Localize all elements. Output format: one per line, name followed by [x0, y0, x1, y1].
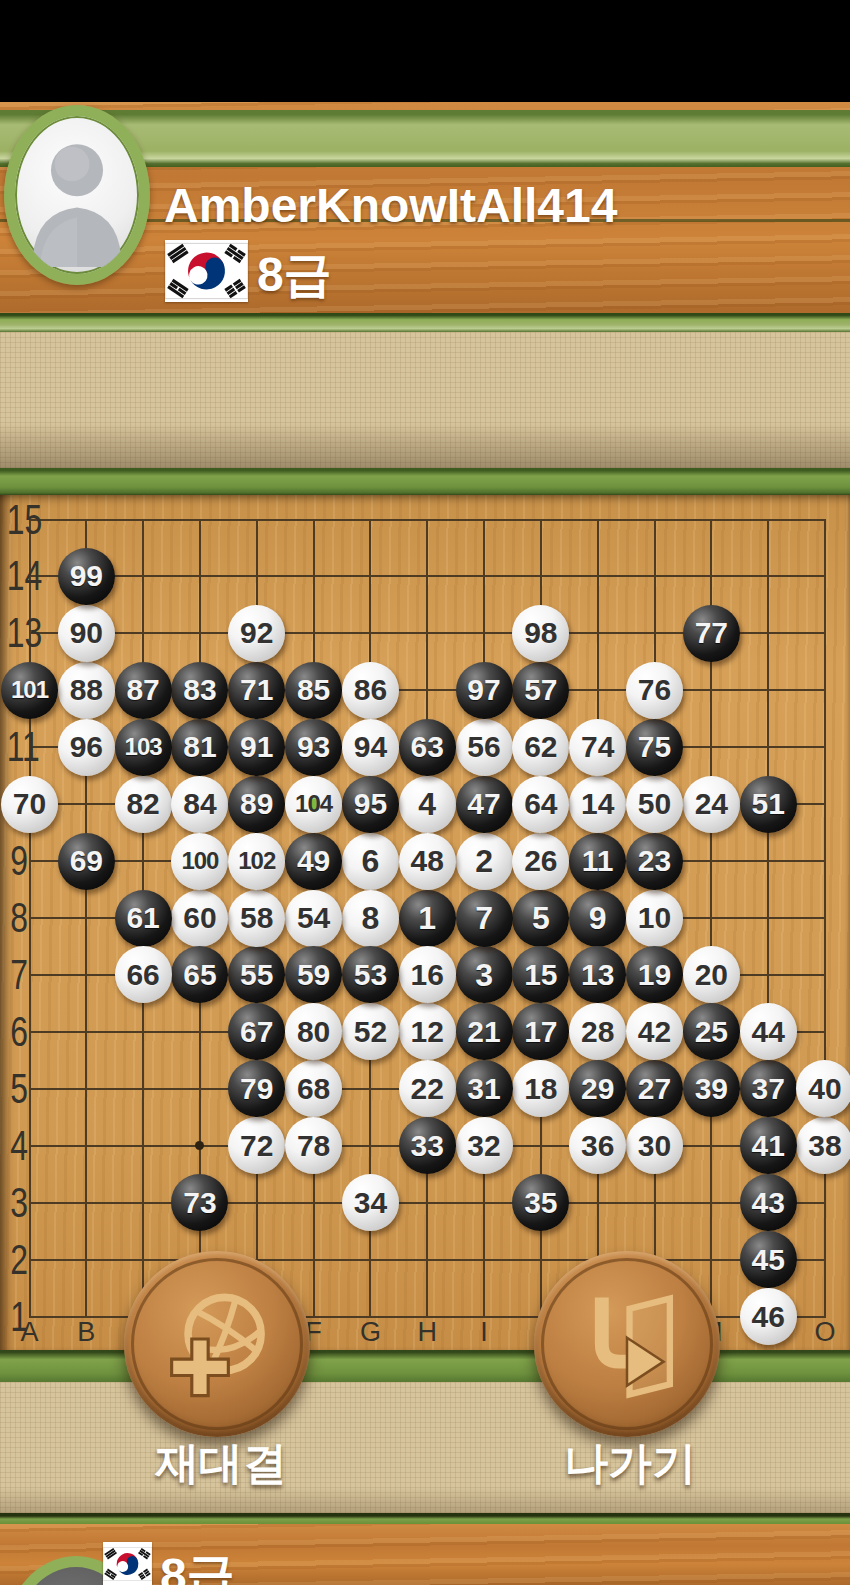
stone-number: 61: [126, 903, 159, 933]
stone-number: 90: [70, 618, 103, 648]
stone-46: 46: [740, 1288, 797, 1345]
stone-42: 42: [626, 1003, 683, 1060]
stone-number: 10: [638, 903, 671, 933]
stone-21: 21: [456, 1003, 513, 1060]
stone-87: 87: [115, 662, 172, 719]
stone-number: 25: [695, 1017, 728, 1047]
stone-number: 86: [354, 675, 387, 705]
stone-number: 4: [418, 788, 436, 820]
col-label: I: [464, 1319, 504, 1346]
stone-number: 14: [581, 789, 614, 819]
stone-number: 46: [751, 1302, 784, 1332]
stone-41: 41: [740, 1117, 797, 1174]
stone-number: 95: [354, 789, 387, 819]
stone-number: 42: [638, 1017, 671, 1047]
stone-93: 93: [285, 719, 342, 776]
stone-number: 31: [467, 1074, 500, 1104]
stone-94: 94: [342, 719, 399, 776]
grid-line-horizontal: [29, 519, 826, 521]
stone-57: 57: [512, 662, 569, 719]
stone-number: 28: [581, 1017, 614, 1047]
stone-101: 101: [1, 662, 58, 719]
stone-90: 90: [58, 605, 115, 662]
stone-number: 12: [411, 1017, 444, 1047]
stone-78: 78: [285, 1117, 342, 1174]
green-band-top: [0, 313, 850, 332]
stone-102: 102: [228, 833, 285, 890]
stone-number: 16: [411, 960, 444, 990]
rematch-globe-plus-icon: [154, 1281, 280, 1407]
stone-number: 41: [751, 1131, 784, 1161]
col-label: H: [407, 1319, 447, 1346]
col-label: A: [10, 1319, 50, 1346]
stone-14: 14: [569, 776, 626, 833]
stone-number: 47: [467, 789, 500, 819]
stone-number: 100: [181, 849, 218, 873]
stone-99: 99: [58, 548, 115, 605]
stone-number: 104: [295, 792, 332, 816]
stone-59: 59: [285, 946, 342, 1003]
stone-25: 25: [683, 1003, 740, 1060]
stone-number: 8: [362, 902, 380, 934]
stone-10: 10: [626, 890, 683, 947]
stone-number: 27: [638, 1074, 671, 1104]
row-label: 6: [7, 1011, 28, 1053]
stone-79: 79: [228, 1060, 285, 1117]
row-label: 15: [7, 499, 28, 541]
korea-flag-icon-bottom: [103, 1542, 152, 1585]
stone-number: 17: [524, 1017, 557, 1047]
stone-71: 71: [228, 662, 285, 719]
stone-70: 70: [1, 776, 58, 833]
stone-50: 50: [626, 776, 683, 833]
stone-number: 29: [581, 1074, 614, 1104]
row-label: 13: [7, 612, 28, 654]
stone-number: 66: [126, 960, 159, 990]
stone-1: 1: [399, 890, 456, 947]
stone-22: 22: [399, 1060, 456, 1117]
stone-number: 26: [524, 846, 557, 876]
stone-39: 39: [683, 1060, 740, 1117]
row-label: 9: [7, 840, 28, 882]
stone-17: 17: [512, 1003, 569, 1060]
stone-number: 34: [354, 1188, 387, 1218]
stone-13: 13: [569, 946, 626, 1003]
stone-53: 53: [342, 946, 399, 1003]
stone-32: 32: [456, 1117, 513, 1174]
stone-12: 12: [399, 1003, 456, 1060]
korea-flag-icon: [165, 240, 248, 302]
stone-8: 8: [342, 890, 399, 947]
stone-37: 37: [740, 1060, 797, 1117]
stone-number: 101: [11, 678, 48, 702]
stone-18: 18: [512, 1060, 569, 1117]
person-silhouette-icon: [15, 116, 139, 274]
stone-33: 33: [399, 1117, 456, 1174]
stone-number: 1: [418, 902, 436, 934]
stone-number: 5: [532, 902, 550, 934]
stone-24: 24: [683, 776, 740, 833]
col-label: B: [66, 1319, 106, 1346]
stone-number: 15: [524, 960, 557, 990]
stone-number: 84: [183, 789, 216, 819]
stone-47: 47: [456, 776, 513, 833]
stone-96: 96: [58, 719, 115, 776]
stone-95: 95: [342, 776, 399, 833]
stone-11: 11: [569, 833, 626, 890]
stone-number: 96: [70, 732, 103, 762]
stone-43: 43: [740, 1174, 797, 1231]
stone-36: 36: [569, 1117, 626, 1174]
col-label: O: [805, 1319, 845, 1346]
player-name: AmberKnowItAll414: [164, 178, 824, 233]
stone-92: 92: [228, 605, 285, 662]
stone-5: 5: [512, 890, 569, 947]
stone-number: 68: [297, 1074, 330, 1104]
stone-4: 4: [399, 776, 456, 833]
stone-number: 3: [475, 959, 493, 991]
stone-number: 13: [581, 960, 614, 990]
stone-49: 49: [285, 833, 342, 890]
stone-number: 89: [240, 789, 273, 819]
stone-number: 79: [240, 1074, 273, 1104]
stone-number: 67: [240, 1017, 273, 1047]
stone-number: 45: [751, 1245, 784, 1275]
stone-number: 50: [638, 789, 671, 819]
stone-number: 71: [240, 675, 273, 705]
stone-number: 88: [70, 675, 103, 705]
stone-7: 7: [456, 890, 513, 947]
stone-85: 85: [285, 662, 342, 719]
stone-89: 89: [228, 776, 285, 833]
stone-48: 48: [399, 833, 456, 890]
stone-number: 2: [475, 845, 493, 877]
stone-number: 58: [240, 903, 273, 933]
stone-number: 60: [183, 903, 216, 933]
stone-number: 78: [297, 1131, 330, 1161]
stone-number: 64: [524, 789, 557, 819]
exit-label[interactable]: 나가기: [520, 1434, 740, 1493]
stone-number: 57: [524, 675, 557, 705]
stone-number: 53: [354, 960, 387, 990]
stone-number: 102: [238, 849, 275, 873]
stone-75: 75: [626, 719, 683, 776]
stone-65: 65: [171, 946, 228, 1003]
green-band-above-board: [0, 468, 850, 495]
stone-number: 36: [581, 1131, 614, 1161]
stone-number: 49: [297, 846, 330, 876]
stone-3: 3: [456, 946, 513, 1003]
rematch-button[interactable]: [124, 1251, 310, 1437]
stone-40: 40: [796, 1060, 850, 1117]
stone-number: 69: [70, 846, 103, 876]
stone-19: 19: [626, 946, 683, 1003]
stone-number: 39: [695, 1074, 728, 1104]
stone-number: 11: [582, 846, 614, 876]
stone-63: 63: [399, 719, 456, 776]
stone-number: 77: [695, 618, 728, 648]
player-rank: 8급: [257, 243, 332, 307]
stone-66: 66: [115, 946, 172, 1003]
col-label: G: [350, 1319, 390, 1346]
stone-84: 84: [171, 776, 228, 833]
stone-72: 72: [228, 1117, 285, 1174]
stone-34: 34: [342, 1174, 399, 1231]
stone-number: 7: [475, 902, 493, 934]
stone-number: 92: [240, 618, 273, 648]
stone-80: 80: [285, 1003, 342, 1060]
stone-number: 103: [125, 735, 162, 759]
stone-number: 91: [240, 732, 273, 762]
stone-number: 98: [524, 618, 557, 648]
grid-line-horizontal: [29, 1202, 826, 1204]
stone-number: 32: [467, 1131, 500, 1161]
stone-number: 82: [126, 789, 159, 819]
stone-20: 20: [683, 946, 740, 1003]
stone-number: 75: [638, 732, 671, 762]
stone-number: 20: [695, 960, 728, 990]
goban-board[interactable]: 151413121110987654321ABCDEFGHIJKLMNO1234…: [0, 495, 850, 1350]
stone-number: 83: [183, 675, 216, 705]
stone-35: 35: [512, 1174, 569, 1231]
stone-number: 70: [13, 789, 46, 819]
stone-number: 21: [467, 1017, 500, 1047]
stone-number: 97: [467, 675, 500, 705]
stone-number: 63: [411, 732, 444, 762]
stone-number: 9: [589, 902, 607, 934]
stone-73: 73: [171, 1174, 228, 1231]
stone-number: 85: [297, 675, 330, 705]
stone-58: 58: [228, 890, 285, 947]
rematch-label[interactable]: 재대결: [111, 1434, 331, 1493]
stone-number: 40: [808, 1074, 841, 1104]
stone-61: 61: [115, 890, 172, 947]
stone-number: 72: [240, 1131, 273, 1161]
stone-56: 56: [456, 719, 513, 776]
exit-door-arrow-icon: [564, 1281, 690, 1407]
stone-number: 44: [751, 1017, 784, 1047]
stone-number: 55: [240, 960, 273, 990]
stone-38: 38: [796, 1117, 850, 1174]
stone-91: 91: [228, 719, 285, 776]
stone-number: 23: [638, 846, 671, 876]
stone-98: 98: [512, 605, 569, 662]
stone-45: 45: [740, 1231, 797, 1288]
stone-44: 44: [740, 1003, 797, 1060]
stone-52: 52: [342, 1003, 399, 1060]
stone-64: 64: [512, 776, 569, 833]
avatar: [4, 105, 150, 285]
stone-76: 76: [626, 662, 683, 719]
stone-number: 65: [183, 960, 216, 990]
stone-27: 27: [626, 1060, 683, 1117]
stone-51: 51: [740, 776, 797, 833]
row-label: 11: [7, 726, 28, 768]
beige-band-top: [0, 332, 850, 468]
stone-69: 69: [58, 833, 115, 890]
stone-2: 2: [456, 833, 513, 890]
stone-number: 30: [638, 1131, 671, 1161]
stone-number: 81: [183, 732, 216, 762]
row-label: 8: [7, 897, 28, 939]
row-label: 7: [7, 954, 28, 996]
stone-9: 9: [569, 890, 626, 947]
stone-60: 60: [171, 890, 228, 947]
stone-number: 51: [751, 789, 784, 819]
stone-82: 82: [115, 776, 172, 833]
stone-number: 19: [638, 960, 671, 990]
stone-number: 24: [695, 789, 728, 819]
stone-30: 30: [626, 1117, 683, 1174]
stone-26: 26: [512, 833, 569, 890]
stone-88: 88: [58, 662, 115, 719]
stone-number: 48: [411, 846, 444, 876]
stone-29: 29: [569, 1060, 626, 1117]
app-screen: AmberKnowItAll414 8급 1514131211109876543…: [0, 0, 850, 1585]
grid-line-horizontal: [29, 1259, 826, 1261]
stone-number: 54: [297, 903, 330, 933]
row-label: 5: [7, 1068, 28, 1110]
row-label: 4: [7, 1125, 28, 1167]
row-label: 2: [7, 1239, 28, 1281]
stone-81: 81: [171, 719, 228, 776]
exit-button[interactable]: [534, 1251, 720, 1437]
stone-number: 22: [411, 1074, 444, 1104]
stone-54: 54: [285, 890, 342, 947]
stone-number: 43: [751, 1188, 784, 1218]
grid-line-horizontal: [29, 575, 826, 577]
stone-number: 62: [524, 732, 557, 762]
stone-number: 99: [70, 561, 103, 591]
stone-number: 74: [581, 732, 614, 762]
stone-number: 80: [297, 1017, 330, 1047]
stone-number: 87: [126, 675, 159, 705]
stone-31: 31: [456, 1060, 513, 1117]
row-label: 14: [7, 555, 28, 597]
stone-number: 6: [362, 845, 380, 877]
stone-23: 23: [626, 833, 683, 890]
stone-103: 103: [115, 719, 172, 776]
stone-number: 73: [183, 1188, 216, 1218]
stone-67: 67: [228, 1003, 285, 1060]
star-point: [195, 1141, 204, 1150]
stone-77: 77: [683, 605, 740, 662]
green-band-bottom: [0, 1513, 850, 1524]
stone-6: 6: [342, 833, 399, 890]
stone-number: 38: [808, 1131, 841, 1161]
stone-74: 74: [569, 719, 626, 776]
player-rank-bottom: 8급: [160, 1544, 235, 1585]
stone-86: 86: [342, 662, 399, 719]
status-bar-black: [0, 0, 850, 102]
stone-number: 94: [354, 732, 387, 762]
stone-104: 104: [285, 776, 342, 833]
stone-16: 16: [399, 946, 456, 1003]
stone-number: 33: [411, 1131, 444, 1161]
stone-97: 97: [456, 662, 513, 719]
stone-number: 56: [467, 732, 500, 762]
stone-number: 52: [354, 1017, 387, 1047]
stone-15: 15: [512, 946, 569, 1003]
stone-number: 37: [751, 1074, 784, 1104]
stone-28: 28: [569, 1003, 626, 1060]
stone-number: 59: [297, 960, 330, 990]
stone-number: 93: [297, 732, 330, 762]
stone-68: 68: [285, 1060, 342, 1117]
stone-number: 35: [524, 1188, 557, 1218]
stone-62: 62: [512, 719, 569, 776]
stone-number: 76: [638, 675, 671, 705]
stone-number: 18: [524, 1074, 557, 1104]
stone-100: 100: [171, 833, 228, 890]
stone-55: 55: [228, 946, 285, 1003]
row-label: 3: [7, 1182, 28, 1224]
stone-83: 83: [171, 662, 228, 719]
